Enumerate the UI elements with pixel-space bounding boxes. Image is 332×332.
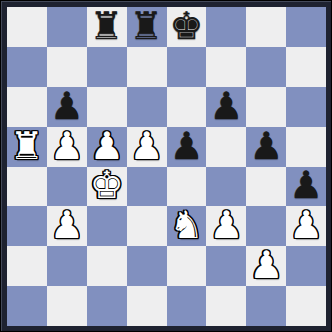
square-e2[interactable]: [167, 246, 207, 286]
square-d4[interactable]: [127, 167, 167, 207]
square-f6[interactable]: ♟: [206, 87, 246, 127]
square-c7[interactable]: [87, 47, 127, 87]
square-g7[interactable]: [246, 47, 286, 87]
square-g5[interactable]: ♟: [246, 127, 286, 167]
piece-white-pawn[interactable]: ♟: [130, 127, 164, 165]
piece-black-rook[interactable]: ♜: [90, 7, 124, 45]
piece-white-pawn[interactable]: ♟: [90, 127, 124, 165]
square-f2[interactable]: [206, 246, 246, 286]
square-d2[interactable]: [127, 246, 167, 286]
piece-black-pawn[interactable]: ♟: [289, 166, 323, 204]
piece-black-pawn[interactable]: ♟: [169, 127, 203, 165]
square-g1[interactable]: [246, 286, 286, 326]
piece-black-rook[interactable]: ♜: [130, 7, 164, 45]
square-a7[interactable]: [7, 47, 47, 87]
square-g6[interactable]: [246, 87, 286, 127]
square-d5[interactable]: ♟: [127, 127, 167, 167]
square-b8[interactable]: [47, 7, 87, 47]
square-c4[interactable]: ♚: [87, 167, 127, 207]
square-b3[interactable]: ♟: [47, 206, 87, 246]
square-g3[interactable]: [246, 206, 286, 246]
square-h1[interactable]: [286, 286, 326, 326]
square-f1[interactable]: [206, 286, 246, 326]
square-f7[interactable]: [206, 47, 246, 87]
piece-black-king[interactable]: ♚: [169, 7, 203, 45]
square-e7[interactable]: [167, 47, 207, 87]
chess-board: ♜♜♚♟♟♜♟♟♟♟♟♚♟♟♞♟♟♟: [7, 7, 326, 326]
square-c3[interactable]: [87, 206, 127, 246]
square-h8[interactable]: [286, 7, 326, 47]
square-a1[interactable]: [7, 286, 47, 326]
square-a4[interactable]: [7, 167, 47, 207]
square-e3[interactable]: ♞: [167, 206, 207, 246]
square-b4[interactable]: [47, 167, 87, 207]
square-b6[interactable]: ♟: [47, 87, 87, 127]
square-f8[interactable]: [206, 7, 246, 47]
square-d7[interactable]: [127, 47, 167, 87]
piece-white-pawn[interactable]: ♟: [50, 206, 84, 244]
piece-white-knight[interactable]: ♞: [169, 206, 203, 244]
square-b2[interactable]: [47, 246, 87, 286]
square-a2[interactable]: [7, 246, 47, 286]
piece-black-pawn[interactable]: ♟: [50, 87, 84, 125]
square-h7[interactable]: [286, 47, 326, 87]
square-c5[interactable]: ♟: [87, 127, 127, 167]
square-f5[interactable]: [206, 127, 246, 167]
square-c6[interactable]: [87, 87, 127, 127]
square-h5[interactable]: [286, 127, 326, 167]
piece-white-rook[interactable]: ♜: [10, 127, 44, 165]
square-h6[interactable]: [286, 87, 326, 127]
piece-white-pawn[interactable]: ♟: [289, 206, 323, 244]
piece-white-pawn[interactable]: ♟: [209, 206, 243, 244]
piece-white-pawn[interactable]: ♟: [50, 127, 84, 165]
square-a3[interactable]: [7, 206, 47, 246]
square-g4[interactable]: [246, 167, 286, 207]
square-d1[interactable]: [127, 286, 167, 326]
square-a5[interactable]: ♜: [7, 127, 47, 167]
square-a6[interactable]: [7, 87, 47, 127]
square-d6[interactable]: [127, 87, 167, 127]
square-d3[interactable]: [127, 206, 167, 246]
square-c2[interactable]: [87, 246, 127, 286]
piece-white-king[interactable]: ♚: [90, 166, 124, 204]
square-g8[interactable]: [246, 7, 286, 47]
square-b7[interactable]: [47, 47, 87, 87]
square-b5[interactable]: ♟: [47, 127, 87, 167]
square-e4[interactable]: [167, 167, 207, 207]
square-f3[interactable]: ♟: [206, 206, 246, 246]
square-b1[interactable]: [47, 286, 87, 326]
square-d8[interactable]: ♜: [127, 7, 167, 47]
square-h2[interactable]: [286, 246, 326, 286]
piece-black-pawn[interactable]: ♟: [209, 87, 243, 125]
square-c1[interactable]: [87, 286, 127, 326]
square-e5[interactable]: ♟: [167, 127, 207, 167]
square-c8[interactable]: ♜: [87, 7, 127, 47]
square-f4[interactable]: [206, 167, 246, 207]
square-h4[interactable]: ♟: [286, 167, 326, 207]
piece-white-pawn[interactable]: ♟: [249, 246, 283, 284]
piece-black-pawn[interactable]: ♟: [249, 127, 283, 165]
square-g2[interactable]: ♟: [246, 246, 286, 286]
square-e6[interactable]: [167, 87, 207, 127]
chess-board-frame: ♜♜♚♟♟♜♟♟♟♟♟♚♟♟♞♟♟♟: [0, 0, 332, 332]
square-e8[interactable]: ♚: [167, 7, 207, 47]
square-a8[interactable]: [7, 7, 47, 47]
square-e1[interactable]: [167, 286, 207, 326]
square-h3[interactable]: ♟: [286, 206, 326, 246]
